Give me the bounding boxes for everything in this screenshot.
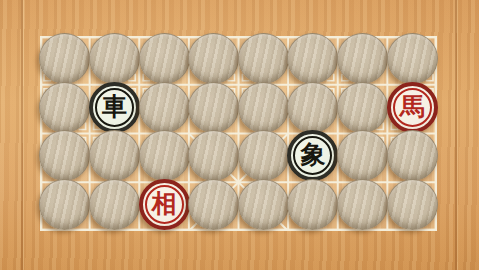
- hidden-piece[interactable]: [238, 130, 289, 181]
- revealed-piece-black-chariot[interactable]: 車: [89, 82, 140, 133]
- hidden-piece[interactable]: [139, 33, 190, 84]
- hidden-piece[interactable]: [337, 33, 388, 84]
- hidden-piece[interactable]: [139, 82, 190, 133]
- hidden-piece[interactable]: [287, 179, 338, 230]
- hidden-piece[interactable]: [39, 179, 90, 230]
- piece-glyph: 馬: [400, 94, 425, 119]
- pieces-layer: 車馬象相: [40, 36, 437, 231]
- hidden-piece[interactable]: [39, 130, 90, 181]
- hidden-piece[interactable]: [387, 179, 438, 230]
- hidden-piece[interactable]: [337, 82, 388, 133]
- hidden-piece[interactable]: [89, 130, 140, 181]
- banqi-board: 車馬象相: [40, 36, 437, 231]
- wood-seam-left: [21, 0, 23, 270]
- revealed-piece-red-minister[interactable]: 相: [139, 179, 190, 230]
- hidden-piece[interactable]: [337, 179, 388, 230]
- hidden-piece[interactable]: [39, 82, 90, 133]
- hidden-piece[interactable]: [238, 33, 289, 84]
- hidden-piece[interactable]: [287, 82, 338, 133]
- wood-seam-right: [455, 0, 457, 270]
- piece-glyph: 象: [300, 142, 325, 167]
- revealed-piece-black-elephant[interactable]: 象: [287, 130, 338, 181]
- piece-ring: 馬: [393, 88, 432, 127]
- banqi-table: 車馬象相: [0, 0, 479, 270]
- piece-ring: 象: [293, 136, 332, 175]
- hidden-piece[interactable]: [387, 33, 438, 84]
- hidden-piece[interactable]: [238, 82, 289, 133]
- revealed-piece-red-horse[interactable]: 馬: [387, 82, 438, 133]
- hidden-piece[interactable]: [337, 130, 388, 181]
- hidden-piece[interactable]: [188, 82, 239, 133]
- hidden-piece[interactable]: [287, 33, 338, 84]
- piece-glyph: 相: [152, 191, 177, 216]
- hidden-piece[interactable]: [39, 33, 90, 84]
- hidden-piece[interactable]: [238, 179, 289, 230]
- hidden-piece[interactable]: [139, 130, 190, 181]
- piece-ring: 車: [95, 88, 134, 127]
- hidden-piece[interactable]: [188, 130, 239, 181]
- hidden-piece[interactable]: [89, 33, 140, 84]
- piece-glyph: 車: [102, 94, 127, 119]
- hidden-piece[interactable]: [188, 33, 239, 84]
- piece-ring: 相: [145, 185, 184, 224]
- hidden-piece[interactable]: [89, 179, 140, 230]
- hidden-piece[interactable]: [387, 130, 438, 181]
- hidden-piece[interactable]: [188, 179, 239, 230]
